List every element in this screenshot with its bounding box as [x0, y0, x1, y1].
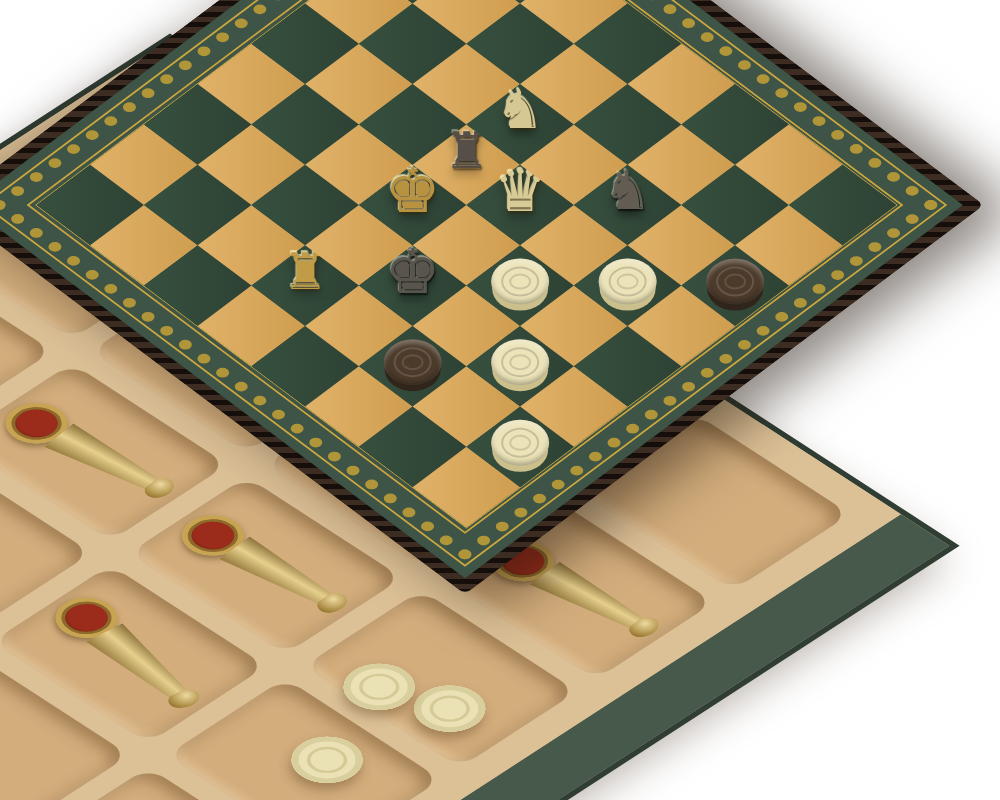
cream-checker-disc — [491, 420, 549, 466]
dark-checker-disc — [706, 259, 764, 305]
stored-brass-piece[interactable] — [47, 592, 213, 716]
stored-brass-piece[interactable] — [0, 398, 186, 507]
stored-brass-piece[interactable] — [172, 510, 359, 622]
stored-cream-checker[interactable] — [277, 727, 378, 792]
cream-checker-disc — [491, 339, 549, 385]
brass-piece-body — [83, 622, 197, 704]
cream-checker-disc — [491, 259, 549, 305]
cream-checker-disc — [599, 259, 657, 305]
product-photo-scene: ♜♚♜♞♚♛♞ — [0, 0, 1000, 800]
dark-checker-disc — [384, 339, 442, 385]
